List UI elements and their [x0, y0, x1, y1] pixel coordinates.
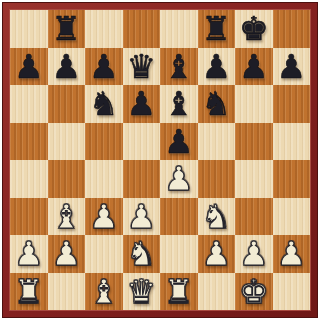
piece-black-bishop-e6: ♝	[164, 87, 194, 120]
square-f2[interactable]: ♟	[198, 235, 236, 273]
piece-black-pawn-h7: ♟	[276, 50, 306, 83]
square-b4[interactable]	[48, 160, 86, 198]
square-e5[interactable]: ♟	[160, 123, 198, 161]
square-g2[interactable]: ♟	[235, 235, 273, 273]
piece-black-pawn-d6: ♟	[126, 87, 156, 120]
square-g8[interactable]: ♚	[235, 10, 273, 48]
square-a7[interactable]: ♟	[10, 48, 48, 86]
square-h7[interactable]: ♟	[273, 48, 311, 86]
square-c7[interactable]: ♟	[85, 48, 123, 86]
piece-white-bishop-b3: ♝	[51, 200, 81, 233]
square-d4[interactable]	[123, 160, 161, 198]
piece-black-pawn-b7: ♟	[51, 50, 81, 83]
square-e3[interactable]	[160, 198, 198, 236]
square-c4[interactable]	[85, 160, 123, 198]
square-g5[interactable]	[235, 123, 273, 161]
square-f5[interactable]	[198, 123, 236, 161]
square-h6[interactable]	[273, 85, 311, 123]
square-c1[interactable]: ♝	[85, 273, 123, 311]
square-d6[interactable]: ♟	[123, 85, 161, 123]
square-b8[interactable]: ♜	[48, 10, 86, 48]
piece-white-king-g1: ♚	[239, 275, 269, 308]
square-d3[interactable]: ♟	[123, 198, 161, 236]
piece-black-rook-b8: ♜	[51, 12, 81, 45]
piece-white-knight-f3: ♞	[201, 200, 231, 233]
chess-diagram-page: ♜♜♚♟♟♟♛♝♟♟♟♞♟♝♞♟♟♝♟♟♞♟♟♞♟♟♟♜♝♛♜♚	[0, 0, 320, 320]
piece-black-knight-c6: ♞	[89, 87, 119, 120]
square-e7[interactable]: ♝	[160, 48, 198, 86]
square-d2[interactable]: ♞	[123, 235, 161, 273]
piece-white-queen-d1: ♛	[126, 275, 156, 308]
square-c2[interactable]	[85, 235, 123, 273]
piece-white-pawn-f2: ♟	[201, 237, 231, 270]
piece-black-king-g8: ♚	[239, 12, 269, 45]
square-h3[interactable]	[273, 198, 311, 236]
piece-black-pawn-e5: ♟	[164, 125, 194, 158]
piece-black-queen-d7: ♛	[126, 50, 156, 83]
square-b1[interactable]	[48, 273, 86, 311]
square-g1[interactable]: ♚	[235, 273, 273, 311]
piece-black-pawn-c7: ♟	[89, 50, 119, 83]
square-b3[interactable]: ♝	[48, 198, 86, 236]
square-a4[interactable]	[10, 160, 48, 198]
piece-white-pawn-e4: ♟	[164, 162, 194, 195]
square-b6[interactable]	[48, 85, 86, 123]
piece-white-rook-e1: ♜	[164, 275, 194, 308]
square-e6[interactable]: ♝	[160, 85, 198, 123]
square-a8[interactable]	[10, 10, 48, 48]
square-d1[interactable]: ♛	[123, 273, 161, 311]
piece-black-pawn-g7: ♟	[239, 50, 269, 83]
square-f6[interactable]: ♞	[198, 85, 236, 123]
piece-white-bishop-c1: ♝	[89, 275, 119, 308]
square-g7[interactable]: ♟	[235, 48, 273, 86]
square-e1[interactable]: ♜	[160, 273, 198, 311]
square-d7[interactable]: ♛	[123, 48, 161, 86]
square-a1[interactable]: ♜	[10, 273, 48, 311]
piece-white-pawn-a2: ♟	[14, 237, 44, 270]
piece-white-pawn-h2: ♟	[276, 237, 306, 270]
square-b2[interactable]: ♟	[48, 235, 86, 273]
square-f8[interactable]: ♜	[198, 10, 236, 48]
square-d8[interactable]	[123, 10, 161, 48]
square-h2[interactable]: ♟	[273, 235, 311, 273]
square-d5[interactable]	[123, 123, 161, 161]
square-c6[interactable]: ♞	[85, 85, 123, 123]
square-f3[interactable]: ♞	[198, 198, 236, 236]
piece-white-pawn-d3: ♟	[126, 200, 156, 233]
square-h8[interactable]	[273, 10, 311, 48]
square-a3[interactable]	[10, 198, 48, 236]
piece-black-bishop-e7: ♝	[164, 50, 194, 83]
square-g6[interactable]	[235, 85, 273, 123]
square-b5[interactable]	[48, 123, 86, 161]
piece-black-rook-f8: ♜	[201, 12, 231, 45]
piece-black-knight-f6: ♞	[201, 87, 231, 120]
square-h1[interactable]	[273, 273, 311, 311]
piece-white-pawn-g2: ♟	[239, 237, 269, 270]
piece-black-pawn-f7: ♟	[201, 50, 231, 83]
square-h5[interactable]	[273, 123, 311, 161]
square-e4[interactable]: ♟	[160, 160, 198, 198]
square-f1[interactable]	[198, 273, 236, 311]
piece-white-pawn-b2: ♟	[51, 237, 81, 270]
piece-black-pawn-a7: ♟	[14, 50, 44, 83]
square-f4[interactable]	[198, 160, 236, 198]
square-c8[interactable]	[85, 10, 123, 48]
square-a2[interactable]: ♟	[10, 235, 48, 273]
piece-white-rook-a1: ♜	[14, 275, 44, 308]
square-c3[interactable]: ♟	[85, 198, 123, 236]
square-f7[interactable]: ♟	[198, 48, 236, 86]
square-a6[interactable]	[10, 85, 48, 123]
square-g3[interactable]	[235, 198, 273, 236]
board-frame: ♜♜♚♟♟♟♛♝♟♟♟♞♟♝♞♟♟♝♟♟♞♟♟♞♟♟♟♜♝♛♜♚	[2, 2, 318, 318]
square-b7[interactable]: ♟	[48, 48, 86, 86]
square-g4[interactable]	[235, 160, 273, 198]
piece-white-pawn-c3: ♟	[89, 200, 119, 233]
square-c5[interactable]	[85, 123, 123, 161]
square-e8[interactable]	[160, 10, 198, 48]
square-e2[interactable]	[160, 235, 198, 273]
chess-board: ♜♜♚♟♟♟♛♝♟♟♟♞♟♝♞♟♟♝♟♟♞♟♟♞♟♟♟♜♝♛♜♚	[10, 10, 310, 310]
square-h4[interactable]	[273, 160, 311, 198]
square-a5[interactable]	[10, 123, 48, 161]
piece-white-knight-d2: ♞	[126, 237, 156, 270]
